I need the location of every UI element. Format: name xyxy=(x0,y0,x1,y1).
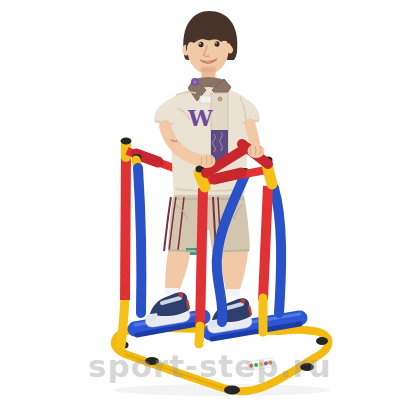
photo-watermark: sport-step.ru xyxy=(88,348,332,384)
chest-label xyxy=(200,96,211,103)
tongue-accent xyxy=(241,299,246,304)
placket-button xyxy=(218,97,222,101)
product-photo: W xyxy=(0,0,400,400)
boy-eye xyxy=(215,41,220,47)
base-foot xyxy=(224,386,240,395)
left-pendulum-arm xyxy=(138,168,141,313)
eye-glint xyxy=(215,42,217,44)
chin-shadow xyxy=(200,68,216,73)
boy-eye xyxy=(199,42,204,48)
shirt-logo: W xyxy=(187,105,213,131)
collar-badge-center xyxy=(194,81,197,84)
left-sneaker xyxy=(146,292,190,327)
boy-left-leg xyxy=(165,252,190,291)
boy-right-arm xyxy=(250,124,255,147)
tongue-accent xyxy=(179,293,184,298)
right-sneaker xyxy=(208,298,252,333)
right-post xyxy=(263,186,268,300)
base-foot xyxy=(316,337,328,345)
right-pendulum-arm xyxy=(274,188,281,313)
cross-bar-foam xyxy=(215,173,241,179)
left-rear-post xyxy=(125,154,126,300)
post-end-cap xyxy=(121,138,132,145)
right-sock xyxy=(226,289,240,296)
eye-glint xyxy=(199,43,201,45)
center-post xyxy=(200,188,203,328)
left-rear-post-lower xyxy=(121,298,125,346)
boy-right-leg xyxy=(220,252,248,291)
center-post-foot xyxy=(199,326,200,344)
scene-illustration: W xyxy=(0,0,400,400)
